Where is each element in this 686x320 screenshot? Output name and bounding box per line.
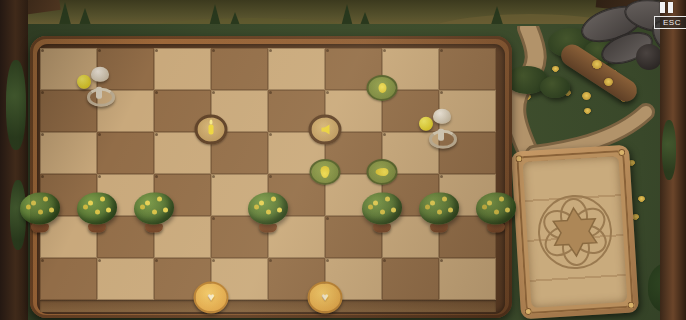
board-square[interactable] xyxy=(40,132,97,174)
board-square[interactable] xyxy=(97,258,154,300)
left-wood-post xyxy=(0,0,28,320)
board-square[interactable] xyxy=(211,48,268,90)
board-square[interactable] xyxy=(97,132,154,174)
piece-token-tan-candle[interactable] xyxy=(195,115,228,145)
piece-bush[interactable] xyxy=(245,190,291,234)
piece-mushroom-lantern[interactable] xyxy=(77,67,117,107)
piece-bush[interactable] xyxy=(416,190,462,234)
piece-bush[interactable] xyxy=(359,190,405,234)
piece-token-orange-seed[interactable]: ♥ xyxy=(194,281,229,313)
piece-bush[interactable] xyxy=(74,190,120,234)
board-square[interactable] xyxy=(439,258,496,300)
board-square[interactable] xyxy=(268,48,325,90)
game-scene: ♥♥ ESC xyxy=(0,0,686,320)
piece-mushroom-lantern[interactable] xyxy=(419,109,459,149)
card-tray[interactable] xyxy=(511,145,639,320)
pause-icon xyxy=(660,2,686,13)
piece-bush[interactable] xyxy=(131,190,177,234)
board-square[interactable] xyxy=(154,48,211,90)
piece-token-orange-seed[interactable]: ♥ xyxy=(308,281,343,313)
piece-token-green-pear[interactable] xyxy=(310,159,341,185)
board-square[interactable] xyxy=(382,258,439,300)
piece-token-green-flame[interactable] xyxy=(367,159,398,185)
board-square[interactable] xyxy=(40,258,97,300)
pause-esc-hint[interactable]: ESC xyxy=(654,2,686,29)
rosette-emblem xyxy=(531,188,620,277)
piece-bush[interactable] xyxy=(473,190,519,234)
bottom-staging-strip xyxy=(40,300,496,312)
piece-token-green-bud[interactable] xyxy=(367,75,398,101)
piece-bush[interactable] xyxy=(17,190,63,234)
right-wood-post xyxy=(660,0,686,320)
piece-token-tan-arrow[interactable] xyxy=(309,115,342,145)
game-board: ♥♥ xyxy=(30,36,512,318)
round-tree xyxy=(540,76,570,98)
board-square[interactable] xyxy=(439,48,496,90)
esc-key-hint[interactable]: ESC xyxy=(654,16,686,29)
